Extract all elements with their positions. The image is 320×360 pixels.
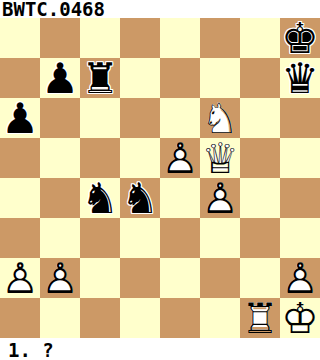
- white-pawn: ♟♙: [200, 178, 240, 218]
- square-f6[interactable]: ♞♘: [200, 98, 240, 138]
- white-king: ♚♔: [280, 298, 320, 338]
- square-e4[interactable]: [160, 178, 200, 218]
- square-h8[interactable]: ♚: [280, 18, 320, 58]
- square-e5[interactable]: ♟♙: [160, 138, 200, 178]
- square-c8[interactable]: [80, 18, 120, 58]
- square-h5[interactable]: [280, 138, 320, 178]
- square-a7[interactable]: [0, 58, 40, 98]
- square-d4[interactable]: ♞: [120, 178, 160, 218]
- square-c4[interactable]: ♞: [80, 178, 120, 218]
- square-f1[interactable]: [200, 298, 240, 338]
- square-h1[interactable]: ♚♔: [280, 298, 320, 338]
- square-b4[interactable]: [40, 178, 80, 218]
- square-h7[interactable]: ♛: [280, 58, 320, 98]
- black-rook: ♜: [80, 58, 120, 98]
- square-h6[interactable]: [280, 98, 320, 138]
- square-e8[interactable]: [160, 18, 200, 58]
- square-b2[interactable]: ♟♙: [40, 258, 80, 298]
- black-king: ♚: [280, 18, 320, 58]
- square-g8[interactable]: [240, 18, 280, 58]
- square-d1[interactable]: [120, 298, 160, 338]
- white-rook: ♜♖: [240, 298, 280, 338]
- square-f3[interactable]: [200, 218, 240, 258]
- white-pawn: ♟♙: [40, 258, 80, 298]
- chess-board: ♚♟♜♛♟♞♘♟♙♛♕♞♞♟♙♟♙♟♙♟♙♜♖♚♔: [0, 18, 320, 338]
- move-prompt: 1. ?: [0, 338, 320, 360]
- square-g3[interactable]: [240, 218, 280, 258]
- square-c3[interactable]: [80, 218, 120, 258]
- square-c7[interactable]: ♜: [80, 58, 120, 98]
- square-f8[interactable]: [200, 18, 240, 58]
- square-e2[interactable]: [160, 258, 200, 298]
- square-g6[interactable]: [240, 98, 280, 138]
- square-g7[interactable]: [240, 58, 280, 98]
- square-b7[interactable]: ♟: [40, 58, 80, 98]
- square-b6[interactable]: [40, 98, 80, 138]
- black-pawn: ♟: [40, 58, 80, 98]
- square-d3[interactable]: [120, 218, 160, 258]
- square-c5[interactable]: [80, 138, 120, 178]
- puzzle-title: BWTC.0468: [0, 0, 320, 18]
- square-d5[interactable]: [120, 138, 160, 178]
- square-c6[interactable]: [80, 98, 120, 138]
- square-d2[interactable]: [120, 258, 160, 298]
- square-h2[interactable]: ♟♙: [280, 258, 320, 298]
- square-f5[interactable]: ♛♕: [200, 138, 240, 178]
- square-e1[interactable]: [160, 298, 200, 338]
- square-f4[interactable]: ♟♙: [200, 178, 240, 218]
- black-knight: ♞: [80, 178, 120, 218]
- white-knight: ♞♘: [200, 98, 240, 138]
- square-g2[interactable]: [240, 258, 280, 298]
- square-d7[interactable]: [120, 58, 160, 98]
- square-d8[interactable]: [120, 18, 160, 58]
- square-g1[interactable]: ♜♖: [240, 298, 280, 338]
- white-queen: ♛♕: [200, 138, 240, 178]
- square-h3[interactable]: [280, 218, 320, 258]
- white-pawn: ♟♙: [0, 258, 40, 298]
- square-a2[interactable]: ♟♙: [0, 258, 40, 298]
- square-a1[interactable]: [0, 298, 40, 338]
- square-c2[interactable]: [80, 258, 120, 298]
- square-e3[interactable]: [160, 218, 200, 258]
- square-e7[interactable]: [160, 58, 200, 98]
- square-f2[interactable]: [200, 258, 240, 298]
- square-a6[interactable]: ♟: [0, 98, 40, 138]
- square-a8[interactable]: [0, 18, 40, 58]
- square-d6[interactable]: [120, 98, 160, 138]
- square-b1[interactable]: [40, 298, 80, 338]
- square-g5[interactable]: [240, 138, 280, 178]
- square-b8[interactable]: [40, 18, 80, 58]
- square-e6[interactable]: [160, 98, 200, 138]
- square-a3[interactable]: [0, 218, 40, 258]
- square-a4[interactable]: [0, 178, 40, 218]
- black-knight: ♞: [120, 178, 160, 218]
- square-g4[interactable]: [240, 178, 280, 218]
- square-h4[interactable]: [280, 178, 320, 218]
- black-pawn: ♟: [0, 98, 40, 138]
- square-f7[interactable]: [200, 58, 240, 98]
- square-b5[interactable]: [40, 138, 80, 178]
- white-pawn: ♟♙: [280, 258, 320, 298]
- square-b3[interactable]: [40, 218, 80, 258]
- square-a5[interactable]: [0, 138, 40, 178]
- white-pawn: ♟♙: [160, 138, 200, 178]
- square-c1[interactable]: [80, 298, 120, 338]
- black-queen: ♛: [280, 58, 320, 98]
